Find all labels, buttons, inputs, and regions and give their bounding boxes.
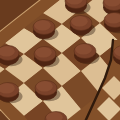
checkers-board-svg: [0, 0, 120, 120]
checkers-board-photo: Angled overhead photo of a wooden foldin…: [0, 0, 120, 120]
